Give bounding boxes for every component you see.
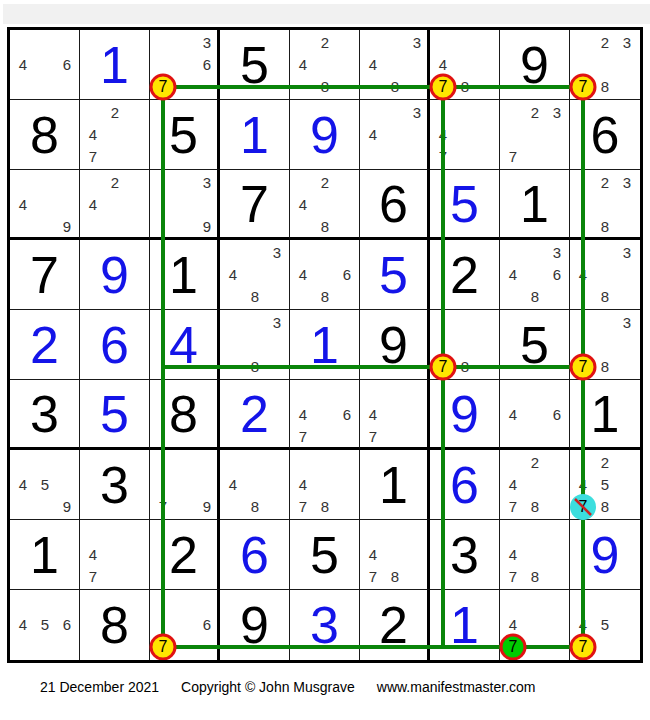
solved-digit: 5 — [80, 380, 149, 447]
candidate-grid: 248 — [292, 171, 358, 237]
candidate-grid: 237 — [502, 101, 568, 167]
candidate-2: 2 — [314, 31, 336, 53]
given-digit: 7 — [10, 240, 79, 309]
cell-r1c7[interactable]: 48 — [430, 30, 500, 100]
candidate-grid: 34 — [362, 101, 428, 167]
cell-r2c6[interactable]: 34 — [360, 100, 430, 170]
candidate-8: 8 — [524, 565, 546, 587]
candidate-3: 3 — [616, 241, 638, 263]
candidate-3: 3 — [546, 101, 568, 123]
given-digit: 7 — [220, 170, 289, 237]
candidate-grid: 238 — [572, 171, 638, 237]
cell-r6c3[interactable]: 8 — [150, 380, 220, 450]
candidate-7: 7 — [152, 495, 174, 517]
footer-copyright: Copyright © John Musgrave — [181, 679, 355, 695]
candidate-6: 6 — [56, 613, 78, 635]
candidate-5: 5 — [594, 613, 616, 635]
candidate-4: 4 — [292, 403, 314, 425]
solved-digit: 1 — [80, 30, 149, 99]
candidate-2: 2 — [524, 451, 546, 473]
candidate-grid: 46 — [12, 31, 78, 97]
cell-r1c1[interactable]: 46 — [10, 30, 80, 100]
cell-r5c8[interactable]: 5 — [500, 310, 570, 380]
candidate-5: 5 — [594, 473, 616, 495]
candidate-4: 4 — [82, 123, 104, 145]
candidate-4: 4 — [82, 543, 104, 565]
given-digit: 3 — [80, 450, 149, 519]
cell-r2c7[interactable]: 47 — [430, 100, 500, 170]
given-digit: 6 — [360, 170, 427, 237]
candidate-3: 3 — [266, 311, 288, 333]
candidate-7: 7 — [432, 145, 454, 167]
candidate-grid: 2458 — [572, 451, 638, 517]
cell-r7c5[interactable]: 478 — [290, 450, 360, 520]
candidate-4: 4 — [12, 473, 34, 495]
cell-r6c7[interactable]: 9 — [430, 380, 500, 450]
candidate-grid: 3468 — [502, 241, 568, 307]
candidate-grid: 79 — [152, 451, 218, 517]
candidate-4: 4 — [572, 473, 594, 495]
cell-r9c2[interactable]: 8 — [80, 590, 150, 660]
given-digit: 8 — [80, 590, 149, 660]
candidate-6: 6 — [56, 53, 78, 75]
given-digit: 8 — [10, 100, 79, 169]
candidate-3: 3 — [406, 31, 428, 53]
cell-r4c9[interactable]: 348 — [570, 240, 640, 310]
solved-digit: 2 — [220, 380, 289, 447]
cell-r7c6[interactable]: 1 — [360, 450, 430, 520]
candidate-grid: 45 — [572, 591, 638, 657]
given-digit: 1 — [570, 380, 640, 447]
cell-r5c1[interactable]: 2 — [10, 310, 80, 380]
candidate-grid: 24 — [82, 171, 148, 237]
candidate-grid: 38 — [222, 311, 288, 377]
solved-digit: 1 — [430, 590, 499, 660]
given-digit: 5 — [290, 520, 359, 589]
candidate-8: 8 — [594, 285, 616, 307]
solved-digit: 2 — [10, 310, 79, 379]
candidate-grid: 46 — [502, 381, 568, 447]
cell-r6c9[interactable]: 1 — [570, 380, 640, 450]
candidate-8: 8 — [244, 285, 266, 307]
cell-r6c2[interactable]: 5 — [80, 380, 150, 450]
cell-r5c5[interactable]: 1 — [290, 310, 360, 380]
candidate-4: 4 — [222, 263, 244, 285]
candidate-grid: 478 — [502, 521, 568, 587]
cell-r8c6[interactable]: 478 — [360, 520, 430, 590]
cell-r5c2[interactable]: 6 — [80, 310, 150, 380]
cell-r5c4[interactable]: 38 — [220, 310, 290, 380]
window-top-strip — [3, 4, 650, 24]
cell-r9c3[interactable]: 6 — [150, 590, 220, 660]
candidate-8: 8 — [314, 285, 336, 307]
candidate-4: 4 — [362, 403, 384, 425]
footer-website[interactable]: www.manifestmaster.com — [377, 679, 536, 695]
given-digit: 3 — [10, 380, 79, 447]
solved-digit: 6 — [430, 450, 499, 519]
candidate-2: 2 — [594, 31, 616, 53]
cell-r7c7[interactable]: 6 — [430, 450, 500, 520]
solved-digit: 9 — [80, 240, 149, 309]
candidate-2: 2 — [594, 451, 616, 473]
candidate-9: 9 — [56, 215, 78, 237]
candidate-3: 3 — [546, 241, 568, 263]
cell-r4c4[interactable]: 348 — [220, 240, 290, 310]
given-digit: 2 — [430, 240, 499, 309]
cell-r2c2[interactable]: 247 — [80, 100, 150, 170]
cell-r5c7[interactable]: 8 — [430, 310, 500, 380]
cell-r6c5[interactable]: 467 — [290, 380, 360, 450]
cell-r5c9[interactable]: 38 — [570, 310, 640, 380]
candidate-grid: 468 — [292, 241, 358, 307]
cell-r8c9[interactable]: 9 — [570, 520, 640, 590]
cell-r8c1[interactable]: 1 — [10, 520, 80, 590]
candidate-4: 4 — [292, 193, 314, 215]
candidate-4: 4 — [502, 473, 524, 495]
candidate-grid: 6 — [152, 591, 218, 657]
cell-r2c1[interactable]: 8 — [10, 100, 80, 170]
candidate-5: 5 — [34, 473, 56, 495]
cell-r5c6[interactable]: 9 — [360, 310, 430, 380]
candidate-4: 4 — [362, 123, 384, 145]
candidate-grid: 8 — [432, 311, 498, 377]
cell-r2c8[interactable]: 237 — [500, 100, 570, 170]
candidate-8: 8 — [384, 75, 406, 97]
candidate-3: 3 — [196, 31, 218, 53]
cell-r4c3[interactable]: 1 — [150, 240, 220, 310]
cell-r3c6[interactable]: 6 — [360, 170, 430, 240]
candidate-4: 4 — [12, 193, 34, 215]
cell-r7c1[interactable]: 459 — [10, 450, 80, 520]
cell-r6c4[interactable]: 2 — [220, 380, 290, 450]
given-digit: 5 — [220, 30, 289, 99]
cell-r1c4[interactable]: 5 — [220, 30, 290, 100]
candidate-4: 4 — [12, 53, 34, 75]
solved-digit: 5 — [360, 240, 427, 309]
candidate-4: 4 — [432, 123, 454, 145]
candidate-grid: 47 — [82, 521, 148, 587]
solved-digit: 3 — [290, 590, 359, 660]
candidate-6: 6 — [546, 263, 568, 285]
candidate-8: 8 — [594, 75, 616, 97]
candidate-3: 3 — [266, 241, 288, 263]
candidate-grid: 467 — [292, 381, 358, 447]
solved-digit: 1 — [290, 310, 359, 379]
candidate-grid: 38 — [572, 311, 638, 377]
footer-date: 21 December 2021 — [40, 679, 159, 695]
given-digit: 1 — [10, 520, 79, 589]
cell-r3c9[interactable]: 238 — [570, 170, 640, 240]
candidate-grid: 48 — [432, 31, 498, 97]
given-digit: 6 — [570, 100, 640, 169]
candidate-4: 4 — [362, 53, 384, 75]
cell-r4c8[interactable]: 3468 — [500, 240, 570, 310]
solved-digit: 9 — [570, 520, 640, 589]
candidate-4: 4 — [292, 263, 314, 285]
candidate-4: 4 — [82, 193, 104, 215]
cell-r3c5[interactable]: 248 — [290, 170, 360, 240]
cell-r2c4[interactable]: 1 — [220, 100, 290, 170]
candidate-8: 8 — [594, 355, 616, 377]
candidate-3: 3 — [616, 311, 638, 333]
cell-r7c3[interactable]: 79 — [150, 450, 220, 520]
given-digit: 1 — [360, 450, 427, 519]
cell-r4c1[interactable]: 7 — [10, 240, 80, 310]
candidate-7: 7 — [502, 495, 524, 517]
candidate-grid: 456 — [12, 591, 78, 657]
cell-r9c5[interactable]: 3 — [290, 590, 360, 660]
cell-r8c4[interactable]: 6 — [220, 520, 290, 590]
candidate-7: 7 — [82, 565, 104, 587]
candidate-7: 7 — [292, 495, 314, 517]
cell-r9c9[interactable]: 45 — [570, 590, 640, 660]
page: 4613652483484892388247519344723764924397… — [0, 0, 650, 720]
given-digit: 3 — [430, 520, 499, 589]
candidate-grid: 248 — [292, 31, 358, 97]
candidate-grid: 478 — [292, 451, 358, 517]
cell-r3c3[interactable]: 39 — [150, 170, 220, 240]
solved-digit: 6 — [220, 520, 289, 589]
cell-r8c2[interactable]: 47 — [80, 520, 150, 590]
candidate-2: 2 — [104, 101, 126, 123]
candidate-grid: 247 — [82, 101, 148, 167]
candidate-7: 7 — [82, 145, 104, 167]
candidate-3: 3 — [616, 31, 638, 53]
candidate-8: 8 — [244, 355, 266, 377]
footer: 21 December 2021 Copyright © John Musgra… — [40, 679, 536, 695]
cell-r9c1[interactable]: 456 — [10, 590, 80, 660]
solved-digit: 4 — [150, 310, 217, 379]
candidate-4: 4 — [292, 53, 314, 75]
candidate-grid: 478 — [362, 521, 428, 587]
cell-r1c8[interactable]: 9 — [500, 30, 570, 100]
cell-r3c1[interactable]: 49 — [10, 170, 80, 240]
candidate-8: 8 — [594, 495, 616, 517]
given-digit: 9 — [360, 310, 427, 379]
given-digit: 5 — [150, 100, 217, 169]
cell-r1c5[interactable]: 248 — [290, 30, 360, 100]
candidate-4: 4 — [502, 543, 524, 565]
cell-r4c2[interactable]: 9 — [80, 240, 150, 310]
cell-r1c6[interactable]: 348 — [360, 30, 430, 100]
given-digit: 9 — [500, 30, 569, 99]
candidate-6: 6 — [546, 403, 568, 425]
cell-r3c2[interactable]: 24 — [80, 170, 150, 240]
cell-r2c3[interactable]: 5 — [150, 100, 220, 170]
candidate-grid: 4 — [502, 591, 568, 657]
cell-r8c7[interactable]: 3 — [430, 520, 500, 590]
candidate-4: 4 — [12, 613, 34, 635]
candidate-4: 4 — [502, 263, 524, 285]
candidate-4: 4 — [292, 473, 314, 495]
candidate-8: 8 — [594, 215, 616, 237]
candidate-4: 4 — [502, 613, 524, 635]
cell-r7c2[interactable]: 3 — [80, 450, 150, 520]
board-grid: 4613652483484892388247519344723764924397… — [10, 30, 640, 660]
candidate-3: 3 — [616, 171, 638, 193]
candidate-3: 3 — [196, 171, 218, 193]
candidate-6: 6 — [196, 613, 218, 635]
candidate-8: 8 — [244, 495, 266, 517]
candidate-grid: 48 — [222, 451, 288, 517]
candidate-8: 8 — [314, 215, 336, 237]
candidate-2: 2 — [594, 171, 616, 193]
given-digit: 8 — [150, 380, 217, 447]
candidate-8: 8 — [384, 565, 406, 587]
cell-r3c4[interactable]: 7 — [220, 170, 290, 240]
cell-r6c8[interactable]: 46 — [500, 380, 570, 450]
candidate-grid: 49 — [12, 171, 78, 237]
candidate-4: 4 — [362, 543, 384, 565]
cell-r5c3[interactable]: 4 — [150, 310, 220, 380]
cell-r7c4[interactable]: 48 — [220, 450, 290, 520]
candidate-9: 9 — [196, 495, 218, 517]
candidate-4: 4 — [572, 263, 594, 285]
candidate-4: 4 — [502, 403, 524, 425]
cell-r2c5[interactable]: 9 — [290, 100, 360, 170]
cell-r8c3[interactable]: 2 — [150, 520, 220, 590]
cell-r6c1[interactable]: 3 — [10, 380, 80, 450]
cell-r6c6[interactable]: 47 — [360, 380, 430, 450]
candidate-grid: 459 — [12, 451, 78, 517]
given-digit: 5 — [500, 310, 569, 379]
given-digit: 1 — [500, 170, 569, 237]
given-digit: 9 — [220, 590, 289, 660]
candidate-8: 8 — [524, 495, 546, 517]
candidate-2: 2 — [104, 171, 126, 193]
cell-r1c3[interactable]: 36 — [150, 30, 220, 100]
given-digit: 2 — [150, 520, 217, 589]
cell-r3c7[interactable]: 5 — [430, 170, 500, 240]
cell-r7c8[interactable]: 2478 — [500, 450, 570, 520]
candidate-grid: 348 — [222, 241, 288, 307]
solved-digit: 6 — [80, 310, 149, 379]
solved-digit: 5 — [430, 170, 499, 237]
cell-r7c9[interactable]: 2458 — [570, 450, 640, 520]
cell-r9c8[interactable]: 4 — [500, 590, 570, 660]
candidate-2: 2 — [524, 101, 546, 123]
solved-digit: 9 — [290, 100, 359, 169]
candidate-9: 9 — [56, 495, 78, 517]
candidate-grid: 47 — [432, 101, 498, 167]
candidate-4: 4 — [222, 473, 244, 495]
cell-r4c7[interactable]: 2 — [430, 240, 500, 310]
candidate-4: 4 — [572, 613, 594, 635]
candidate-grid: 2478 — [502, 451, 568, 517]
candidate-4: 4 — [432, 53, 454, 75]
candidate-8: 8 — [454, 355, 476, 377]
candidate-2: 2 — [314, 171, 336, 193]
cell-r8c8[interactable]: 478 — [500, 520, 570, 590]
cell-r4c5[interactable]: 468 — [290, 240, 360, 310]
candidate-grid: 238 — [572, 31, 638, 97]
cell-r9c7[interactable]: 1 — [430, 590, 500, 660]
candidate-6: 6 — [196, 53, 218, 75]
candidate-8: 8 — [314, 495, 336, 517]
cell-r3c8[interactable]: 1 — [500, 170, 570, 240]
candidate-8: 8 — [454, 75, 476, 97]
cell-r2c9[interactable]: 6 — [570, 100, 640, 170]
cell-r9c4[interactable]: 9 — [220, 590, 290, 660]
candidate-8: 8 — [524, 285, 546, 307]
candidate-grid: 47 — [362, 381, 428, 447]
candidate-grid: 348 — [362, 31, 428, 97]
candidate-5: 5 — [34, 613, 56, 635]
candidate-8: 8 — [314, 75, 336, 97]
cell-r8c5[interactable]: 5 — [290, 520, 360, 590]
candidate-6: 6 — [336, 403, 358, 425]
cell-r9c6[interactable]: 2 — [360, 590, 430, 660]
candidate-7: 7 — [362, 565, 384, 587]
candidate-7: 7 — [502, 565, 524, 587]
cell-r4c6[interactable]: 5 — [360, 240, 430, 310]
candidate-grid: 348 — [572, 241, 638, 307]
solved-digit: 1 — [220, 100, 289, 169]
candidate-7: 7 — [362, 425, 384, 447]
candidate-9: 9 — [196, 215, 218, 237]
candidate-7: 7 — [502, 145, 524, 167]
sudoku-board: 4613652483484892388247519344723764924397… — [7, 27, 643, 663]
candidate-6: 6 — [336, 263, 358, 285]
cell-r1c2[interactable]: 1 — [80, 30, 150, 100]
cell-r1c9[interactable]: 238 — [570, 30, 640, 100]
given-digit: 2 — [360, 590, 427, 660]
given-digit: 1 — [150, 240, 217, 309]
candidate-7: 7 — [292, 425, 314, 447]
candidate-grid: 36 — [152, 31, 218, 97]
solved-digit: 9 — [430, 380, 499, 447]
candidate-3: 3 — [406, 101, 428, 123]
candidate-grid: 39 — [152, 171, 218, 237]
